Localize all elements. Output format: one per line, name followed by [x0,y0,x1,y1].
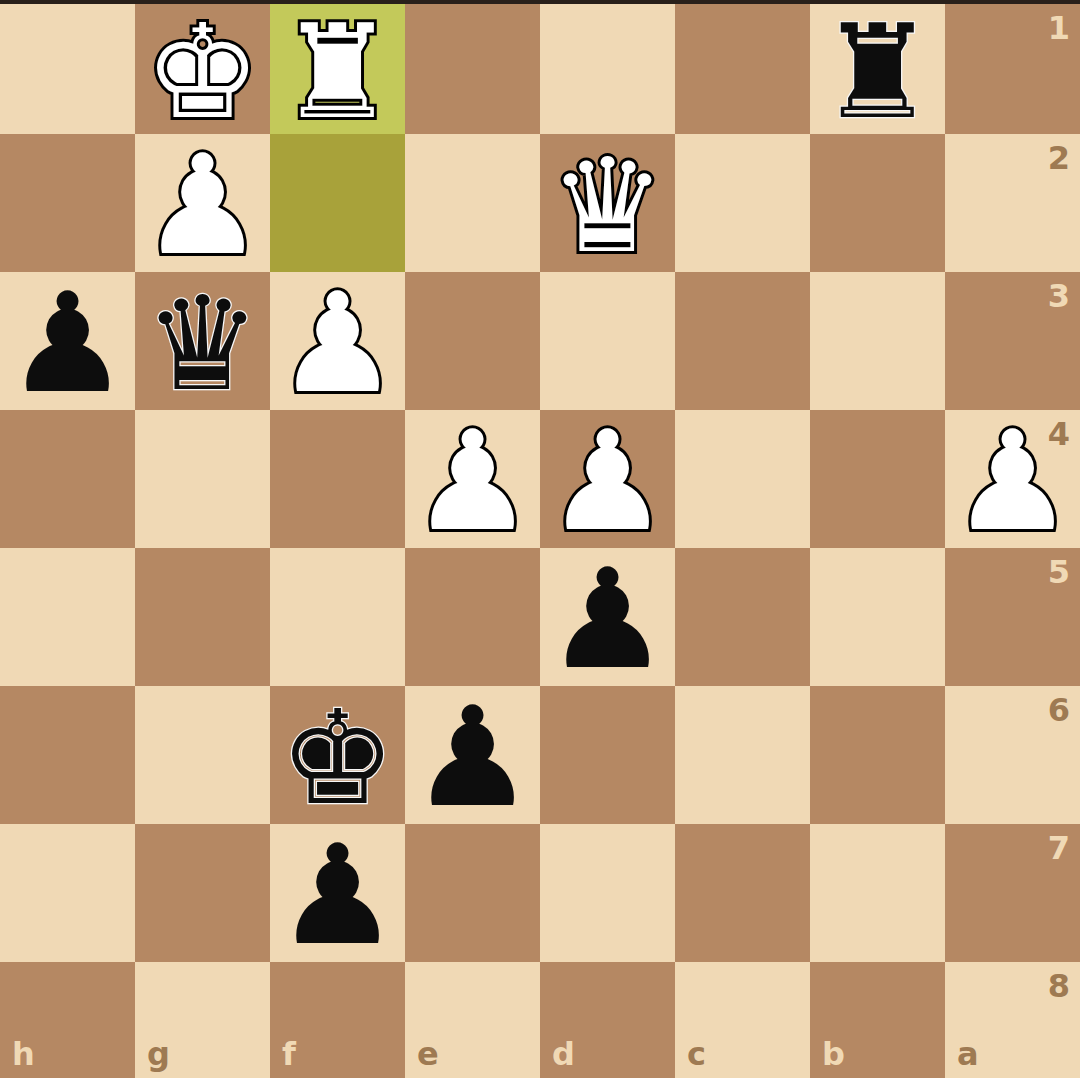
square-b2[interactable] [810,134,945,272]
square-d1[interactable] [540,4,675,134]
rank-label-2: 2 [1048,142,1070,174]
square-c3[interactable] [675,272,810,410]
square-c2[interactable] [675,134,810,272]
square-f3[interactable]: ♟ [270,272,405,410]
white-queen[interactable]: ♛ [549,141,666,271]
square-b8[interactable]: b [810,962,945,1078]
square-d4[interactable]: ♟ [540,410,675,548]
square-b3[interactable] [810,272,945,410]
square-b6[interactable] [810,686,945,824]
square-c7[interactable] [675,824,810,962]
square-h5[interactable] [0,548,135,686]
square-d6[interactable] [540,686,675,824]
white-pawn[interactable]: ♟ [546,413,670,551]
square-g2[interactable]: ♟ [135,134,270,272]
square-a4[interactable]: ♟4 [945,410,1080,548]
square-h3[interactable]: ♟ [0,272,135,410]
square-e1[interactable] [405,4,540,134]
file-label-c: c [687,1038,706,1070]
square-a2[interactable]: 2 [945,134,1080,272]
square-c1[interactable] [675,4,810,134]
black-pawn[interactable]: ♟ [411,689,535,827]
file-label-e: e [417,1038,439,1070]
square-d5[interactable]: ♟ [540,548,675,686]
square-f1[interactable]: ♜ [270,4,405,134]
rank-label-8: 8 [1048,970,1070,1002]
square-d2[interactable]: ♛ [540,134,675,272]
square-e2[interactable] [405,134,540,272]
square-a5[interactable]: 5 [945,548,1080,686]
square-e4[interactable]: ♟ [405,410,540,548]
square-h7[interactable] [0,824,135,962]
file-label-f: f [282,1038,296,1070]
square-b5[interactable] [810,548,945,686]
rank-label-3: 3 [1048,280,1070,312]
square-c8[interactable]: c [675,962,810,1078]
square-f5[interactable] [270,548,405,686]
white-king[interactable]: ♚ [144,7,261,137]
square-e3[interactable] [405,272,540,410]
white-pawn[interactable]: ♟ [276,275,400,413]
square-e7[interactable] [405,824,540,962]
square-f4[interactable] [270,410,405,548]
square-e8[interactable]: e [405,962,540,1078]
square-c4[interactable] [675,410,810,548]
file-label-a: a [957,1038,979,1070]
square-c5[interactable] [675,548,810,686]
rank-label-7: 7 [1048,832,1070,864]
square-g3[interactable]: ♛ [135,272,270,410]
square-h8[interactable]: h [0,962,135,1078]
chess-board-app: ♚♜♜1♟♛2♟♛♟3♟♟♟4♟5♚♟6♟7hgfedcb8a [0,0,1080,1078]
rank-label-5: 5 [1048,556,1070,588]
square-a1[interactable]: 1 [945,4,1080,134]
square-f6[interactable]: ♚ [270,686,405,824]
square-f7[interactable]: ♟ [270,824,405,962]
black-pawn[interactable]: ♟ [6,275,130,413]
square-e6[interactable]: ♟ [405,686,540,824]
board: ♚♜♜1♟♛2♟♛♟3♟♟♟4♟5♚♟6♟7hgfedcb8a [0,4,1080,1078]
square-d3[interactable] [540,272,675,410]
square-a6[interactable]: 6 [945,686,1080,824]
square-g4[interactable] [135,410,270,548]
square-h1[interactable] [0,4,135,134]
square-a8[interactable]: 8a [945,962,1080,1078]
square-e5[interactable] [405,548,540,686]
file-label-d: d [552,1038,575,1070]
white-rook[interactable]: ♜ [279,7,396,137]
white-pawn[interactable]: ♟ [411,413,535,551]
square-h2[interactable] [0,134,135,272]
file-label-h: h [12,1038,35,1070]
square-a3[interactable]: 3 [945,272,1080,410]
square-a7[interactable]: 7 [945,824,1080,962]
square-f8[interactable]: f [270,962,405,1078]
square-b1[interactable]: ♜ [810,4,945,134]
square-g5[interactable] [135,548,270,686]
square-d7[interactable] [540,824,675,962]
square-d8[interactable]: d [540,962,675,1078]
square-g6[interactable] [135,686,270,824]
file-label-b: b [822,1038,845,1070]
square-g1[interactable]: ♚ [135,4,270,134]
square-g7[interactable] [135,824,270,962]
square-c6[interactable] [675,686,810,824]
rank-label-6: 6 [1048,694,1070,726]
file-label-g: g [147,1038,170,1070]
black-queen[interactable]: ♛ [144,279,261,409]
black-rook[interactable]: ♜ [819,7,936,137]
black-pawn[interactable]: ♟ [546,551,670,689]
rank-label-1: 1 [1048,12,1070,44]
square-g8[interactable]: g [135,962,270,1078]
black-king[interactable]: ♚ [279,693,396,823]
black-pawn[interactable]: ♟ [276,827,400,965]
white-pawn[interactable]: ♟ [141,137,265,275]
rank-label-4: 4 [1048,418,1070,450]
square-f2[interactable] [270,134,405,272]
square-b4[interactable] [810,410,945,548]
square-h4[interactable] [0,410,135,548]
square-b7[interactable] [810,824,945,962]
square-h6[interactable] [0,686,135,824]
